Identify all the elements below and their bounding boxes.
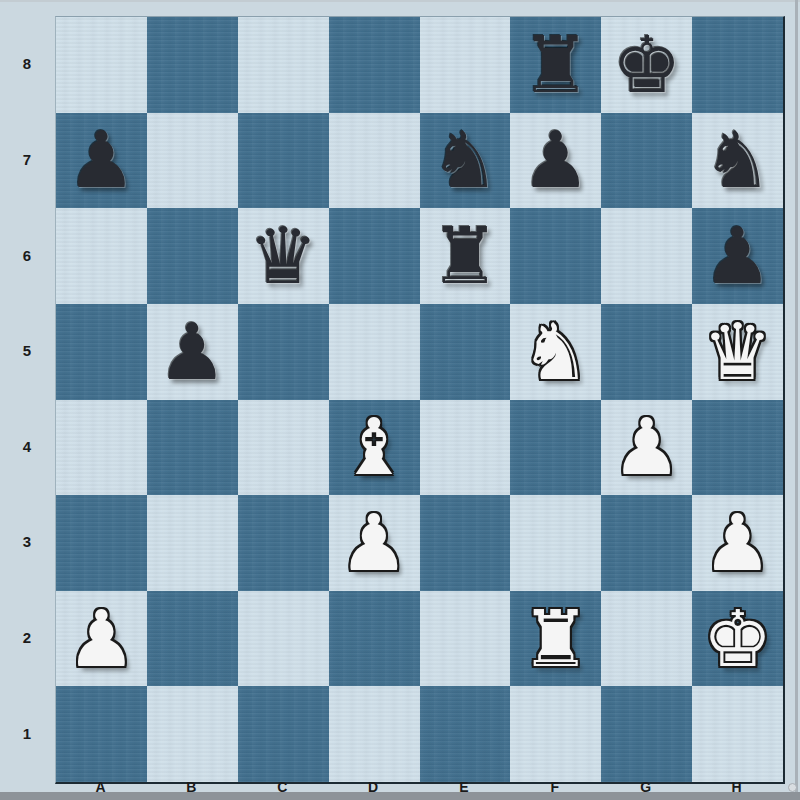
piece-black-rook[interactable]: ♜: [521, 26, 591, 104]
square-d2[interactable]: [329, 591, 420, 687]
piece-black-knight[interactable]: ♞: [430, 121, 500, 199]
square-h2[interactable]: ♚: [692, 591, 783, 687]
square-f8[interactable]: ♜: [510, 17, 601, 113]
square-e6[interactable]: ♜: [420, 208, 511, 304]
piece-black-king[interactable]: ♚: [612, 26, 682, 104]
resize-grip-icon: [788, 783, 797, 792]
square-a2[interactable]: ♟: [56, 591, 147, 687]
square-b2[interactable]: [147, 591, 238, 687]
rank-labels: 87654321: [0, 16, 54, 781]
piece-black-pawn[interactable]: ♟: [703, 217, 773, 295]
square-a8[interactable]: [56, 17, 147, 113]
square-b7[interactable]: [147, 113, 238, 209]
square-e2[interactable]: [420, 591, 511, 687]
square-b4[interactable]: [147, 400, 238, 496]
piece-white-pawn[interactable]: ♟: [66, 600, 136, 678]
rank-label-5: 5: [0, 303, 54, 399]
square-f2[interactable]: ♜: [510, 591, 601, 687]
square-c3[interactable]: [238, 495, 329, 591]
piece-white-king[interactable]: ♚: [703, 600, 773, 678]
square-e3[interactable]: [420, 495, 511, 591]
rank-label-2: 2: [0, 590, 54, 686]
square-d8[interactable]: [329, 17, 420, 113]
square-g2[interactable]: [601, 591, 692, 687]
square-d1[interactable]: [329, 686, 420, 782]
square-b6[interactable]: [147, 208, 238, 304]
square-h6[interactable]: ♟: [692, 208, 783, 304]
square-a3[interactable]: [56, 495, 147, 591]
piece-black-pawn[interactable]: ♟: [521, 121, 591, 199]
square-a6[interactable]: [56, 208, 147, 304]
square-b3[interactable]: [147, 495, 238, 591]
square-b1[interactable]: [147, 686, 238, 782]
square-f6[interactable]: [510, 208, 601, 304]
square-h1[interactable]: [692, 686, 783, 782]
piece-black-pawn[interactable]: ♟: [157, 313, 227, 391]
square-f7[interactable]: ♟: [510, 113, 601, 209]
piece-black-queen[interactable]: ♛: [248, 217, 318, 295]
square-h8[interactable]: [692, 17, 783, 113]
square-d4[interactable]: ♝: [329, 400, 420, 496]
rank-label-8: 8: [0, 16, 54, 112]
square-g7[interactable]: [601, 113, 692, 209]
square-c6[interactable]: ♛: [238, 208, 329, 304]
square-h7[interactable]: ♞: [692, 113, 783, 209]
rank-label-4: 4: [0, 399, 54, 495]
square-f5[interactable]: ♞: [510, 304, 601, 400]
square-g5[interactable]: [601, 304, 692, 400]
square-e5[interactable]: [420, 304, 511, 400]
square-e8[interactable]: [420, 17, 511, 113]
board: ♜♚♟♞♟♞♛♜♟♟♞♛♝♟♟♟♟♜♚: [55, 16, 785, 784]
piece-white-rook[interactable]: ♜: [521, 600, 591, 678]
rank-label-6: 6: [0, 207, 54, 303]
square-a7[interactable]: ♟: [56, 113, 147, 209]
square-f1[interactable]: [510, 686, 601, 782]
chess-board-window: 87654321 ♜♚♟♞♟♞♛♜♟♟♞♛♝♟♟♟♟♜♚ ABCDEFGH: [0, 0, 800, 800]
square-g3[interactable]: [601, 495, 692, 591]
square-c4[interactable]: [238, 400, 329, 496]
square-d6[interactable]: [329, 208, 420, 304]
square-b8[interactable]: [147, 17, 238, 113]
piece-white-queen[interactable]: ♛: [703, 313, 773, 391]
square-b5[interactable]: ♟: [147, 304, 238, 400]
piece-white-bishop[interactable]: ♝: [339, 408, 409, 486]
square-c5[interactable]: [238, 304, 329, 400]
piece-black-knight[interactable]: ♞: [703, 121, 773, 199]
piece-white-pawn[interactable]: ♟: [339, 504, 409, 582]
square-c1[interactable]: [238, 686, 329, 782]
square-d5[interactable]: [329, 304, 420, 400]
square-d7[interactable]: [329, 113, 420, 209]
square-a5[interactable]: [56, 304, 147, 400]
square-e7[interactable]: ♞: [420, 113, 511, 209]
square-g1[interactable]: [601, 686, 692, 782]
square-c2[interactable]: [238, 591, 329, 687]
square-e4[interactable]: [420, 400, 511, 496]
square-h5[interactable]: ♛: [692, 304, 783, 400]
window-top-edge: [0, 0, 800, 2]
square-h3[interactable]: ♟: [692, 495, 783, 591]
square-a1[interactable]: [56, 686, 147, 782]
square-d3[interactable]: ♟: [329, 495, 420, 591]
square-f4[interactable]: [510, 400, 601, 496]
piece-white-knight[interactable]: ♞: [521, 313, 591, 391]
square-c7[interactable]: [238, 113, 329, 209]
window-right-edge: [795, 0, 798, 792]
square-e1[interactable]: [420, 686, 511, 782]
square-h4[interactable]: [692, 400, 783, 496]
square-c8[interactable]: [238, 17, 329, 113]
square-g6[interactable]: [601, 208, 692, 304]
rank-label-1: 1: [0, 685, 54, 781]
square-a4[interactable]: [56, 400, 147, 496]
window-bottom-edge: [0, 792, 800, 800]
rank-label-7: 7: [0, 112, 54, 208]
piece-white-pawn[interactable]: ♟: [703, 504, 773, 582]
square-g8[interactable]: ♚: [601, 17, 692, 113]
square-f3[interactable]: [510, 495, 601, 591]
piece-black-pawn[interactable]: ♟: [66, 121, 136, 199]
piece-white-pawn[interactable]: ♟: [612, 408, 682, 486]
piece-black-rook[interactable]: ♜: [430, 217, 500, 295]
square-g4[interactable]: ♟: [601, 400, 692, 496]
rank-label-3: 3: [0, 494, 54, 590]
